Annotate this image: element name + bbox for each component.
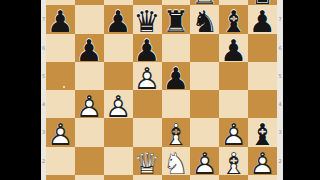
square-f4[interactable]	[190, 90, 219, 118]
square-b4[interactable]: ♟♙	[75, 90, 104, 118]
black-pawn-icon: ♟	[105, 7, 132, 37]
square-b6[interactable]: ♟	[75, 34, 104, 62]
square-f3[interactable]	[190, 118, 219, 146]
square-e1[interactable]	[162, 175, 191, 180]
piece-white-bishop: ♝♗	[219, 147, 248, 175]
square-d7[interactable]: ♛	[133, 5, 162, 33]
piece-black-knight: ♞	[190, 5, 219, 33]
square-b5[interactable]	[75, 62, 104, 90]
square-e2[interactable]: ♞♘	[162, 147, 191, 175]
black-bishop-icon: ♝	[249, 120, 276, 150]
square-g4[interactable]	[219, 90, 248, 118]
piece-black-pawn: ♟	[219, 34, 248, 62]
square-h6[interactable]	[248, 34, 277, 62]
chess-video-frame: 765432 ♜♚♟♟♛♜♞♝♟♟♟♟♟♙♟♟♙♟♙♟♙♝♗♟♙♝♛♕♞♘♟♙♝…	[0, 0, 320, 180]
piece-white-bishop: ♝♗	[162, 118, 191, 146]
white-pawn-outline-icon: ♙	[47, 120, 74, 150]
square-f6[interactable]	[190, 34, 219, 62]
piece-white-pawn: ♟♙	[219, 118, 248, 146]
piece-black-pawn: ♟	[162, 62, 191, 90]
rank-label-2: 2	[277, 158, 283, 163]
white-pawn-outline-icon: ♙	[76, 92, 103, 122]
square-c5[interactable]	[104, 62, 133, 90]
square-f7[interactable]: ♞	[190, 5, 219, 33]
white-rook-icon: ♜	[191, 176, 218, 180]
square-c1[interactable]: ♜♖	[104, 175, 133, 180]
white-pawn-outline-icon: ♙	[220, 120, 247, 150]
white-bishop-icon: ♝	[220, 148, 247, 178]
dust-speck	[63, 86, 65, 88]
white-pawn-icon: ♟	[249, 148, 276, 178]
square-b2[interactable]	[75, 147, 104, 175]
black-pawn-icon: ♟	[47, 7, 74, 37]
square-a7[interactable]: ♟	[46, 5, 75, 33]
square-g3[interactable]: ♟♙	[219, 118, 248, 146]
square-g2[interactable]: ♝♗	[219, 147, 248, 175]
rank-label-6: 6	[277, 45, 283, 50]
square-g5[interactable]	[219, 62, 248, 90]
square-a3[interactable]: ♟♙	[46, 118, 75, 146]
white-pawn-icon: ♟	[47, 120, 74, 150]
piece-white-rook: ♜♖	[104, 175, 133, 180]
square-a4[interactable]	[46, 90, 75, 118]
rank-label-5: 5	[277, 73, 283, 78]
square-a2[interactable]	[46, 147, 75, 175]
white-rook-outline-icon: ♖	[191, 176, 218, 180]
white-pawn-outline-icon: ♙	[134, 63, 161, 93]
rank-label-4: 4	[41, 102, 46, 107]
square-d1[interactable]	[133, 175, 162, 180]
square-d5[interactable]: ♟♙	[133, 62, 162, 90]
square-a6[interactable]	[46, 34, 75, 62]
square-b3[interactable]	[75, 118, 104, 146]
black-pawn-icon: ♟	[220, 35, 247, 65]
piece-white-pawn: ♟♙	[190, 147, 219, 175]
square-h7[interactable]: ♟	[248, 5, 277, 33]
white-rook-outline-icon: ♖	[105, 176, 132, 180]
square-e7[interactable]: ♜	[162, 5, 191, 33]
square-h2[interactable]: ♟♙	[248, 147, 277, 175]
square-g1[interactable]: ♚♔	[219, 175, 248, 180]
square-c4[interactable]: ♟♙	[104, 90, 133, 118]
white-queen-outline-icon: ♕	[134, 148, 161, 178]
piece-black-pawn: ♟	[133, 34, 162, 62]
white-pawn-icon: ♟	[191, 148, 218, 178]
black-rook-icon: ♜	[162, 7, 189, 37]
white-pawn-outline-icon: ♙	[105, 92, 132, 122]
square-h1[interactable]	[248, 175, 277, 180]
piece-white-pawn: ♟♙	[104, 90, 133, 118]
piece-white-king: ♚♔	[219, 175, 248, 180]
square-c2[interactable]	[104, 147, 133, 175]
piece-white-knight: ♞♘	[162, 147, 191, 175]
piece-white-pawn: ♟♙	[248, 147, 277, 175]
white-knight-icon: ♞	[162, 148, 189, 178]
rank-label-7: 7	[41, 17, 46, 22]
square-f2[interactable]: ♟♙	[190, 147, 219, 175]
black-pawn-icon: ♟	[249, 7, 276, 37]
white-king-icon: ♚	[220, 176, 247, 180]
square-f5[interactable]	[190, 62, 219, 90]
piece-white-pawn: ♟♙	[46, 118, 75, 146]
piece-white-queen: ♛♕	[133, 147, 162, 175]
square-d4[interactable]	[133, 90, 162, 118]
piece-black-queen: ♛	[133, 5, 162, 33]
white-bishop-outline-icon: ♗	[162, 120, 189, 150]
piece-black-pawn: ♟	[46, 5, 75, 33]
square-e4[interactable]	[162, 90, 191, 118]
square-f1[interactable]: ♜♖	[190, 175, 219, 180]
white-king-outline-icon: ♔	[220, 176, 247, 180]
white-pawn-outline-icon: ♙	[249, 148, 276, 178]
black-knight-icon: ♞	[191, 7, 218, 37]
piece-white-rook: ♜♖	[190, 175, 219, 180]
square-g7[interactable]: ♝	[219, 5, 248, 33]
square-h4[interactable]	[248, 90, 277, 118]
square-e5[interactable]: ♟	[162, 62, 191, 90]
square-h3[interactable]: ♝	[248, 118, 277, 146]
piece-black-pawn: ♟	[104, 5, 133, 33]
white-pawn-icon: ♟	[220, 120, 247, 150]
rank-label-2: 2	[41, 158, 46, 163]
square-d6[interactable]: ♟	[133, 34, 162, 62]
white-pawn-icon: ♟	[76, 92, 103, 122]
piece-black-bishop: ♝	[219, 5, 248, 33]
white-pawn-icon: ♟	[134, 63, 161, 93]
square-d3[interactable]	[133, 118, 162, 146]
black-pawn-icon: ♟	[76, 35, 103, 65]
square-e3[interactable]: ♝♗	[162, 118, 191, 146]
rank-label-7: 7	[277, 17, 283, 22]
white-bishop-outline-icon: ♗	[220, 148, 247, 178]
square-c7[interactable]: ♟	[104, 5, 133, 33]
white-rook-icon: ♜	[105, 176, 132, 180]
square-c3[interactable]	[104, 118, 133, 146]
rank-label-3: 3	[41, 130, 46, 135]
black-pawn-icon: ♟	[162, 63, 189, 93]
square-a5[interactable]	[46, 62, 75, 90]
square-g6[interactable]: ♟	[219, 34, 248, 62]
rank-label-4: 4	[277, 102, 283, 107]
square-e6[interactable]	[162, 34, 191, 62]
square-d2[interactable]: ♛♕	[133, 147, 162, 175]
rank-labels-right: 765432	[277, 0, 283, 180]
rank-label-6: 6	[41, 45, 46, 50]
black-pawn-icon: ♟	[134, 35, 161, 65]
piece-black-pawn: ♟	[75, 34, 104, 62]
black-bishop-icon: ♝	[220, 7, 247, 37]
piece-black-bishop: ♝	[248, 118, 277, 146]
white-queen-icon: ♛	[134, 148, 161, 178]
piece-white-pawn: ♟♙	[133, 62, 162, 90]
white-pawn-icon: ♟	[105, 92, 132, 122]
white-knight-outline-icon: ♘	[162, 148, 189, 178]
square-c6[interactable]	[104, 34, 133, 62]
square-b7[interactable]	[75, 5, 104, 33]
square-h5[interactable]	[248, 62, 277, 90]
square-a1[interactable]	[46, 175, 75, 180]
rank-label-3: 3	[277, 130, 283, 135]
white-bishop-icon: ♝	[162, 120, 189, 150]
chess-board: ♜♚♟♟♛♜♞♝♟♟♟♟♟♙♟♟♙♟♙♟♙♝♗♟♙♝♛♕♞♘♟♙♝♗♟♙♜♖♜♖…	[46, 0, 277, 180]
piece-black-pawn: ♟	[248, 5, 277, 33]
black-queen-icon: ♛	[134, 7, 161, 37]
square-b1[interactable]	[75, 175, 104, 180]
piece-white-pawn: ♟♙	[75, 90, 104, 118]
rank-labels-left: 765432	[41, 0, 46, 180]
piece-black-rook: ♜	[162, 5, 191, 33]
rank-label-5: 5	[41, 73, 46, 78]
white-pawn-outline-icon: ♙	[191, 148, 218, 178]
